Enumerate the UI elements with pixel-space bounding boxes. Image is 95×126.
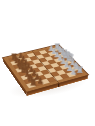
scene: ♜♟♟♜♞♟♟♞♝♟♟♝♚♟♟♚♛♟♟♛♝♟♟♝♞♟♟♞♜♟♟♜	[0, 0, 95, 126]
board: ♜♟♟♜♞♟♟♞♝♟♟♝♚♟♟♚♛♟♟♛♝♟♟♝♞♟♟♞♜♟♟♜	[3, 45, 88, 92]
black-rook: ♜	[26, 78, 39, 87]
white-pawn: ♟	[67, 68, 80, 76]
hinge-icon	[58, 83, 59, 88]
chess-set-photo: ♜♟♟♜♞♟♟♞♝♟♟♝♚♟♟♚♛♟♟♛♝♟♟♝♞♟♟♞♜♟♟♜	[0, 0, 95, 126]
square-a8: ♜	[26, 82, 36, 88]
